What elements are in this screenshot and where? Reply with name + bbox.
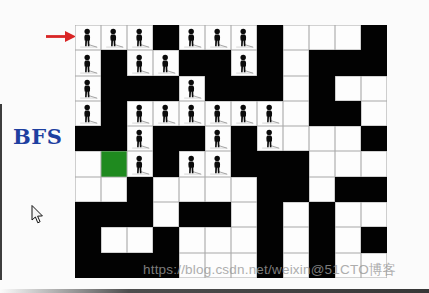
person-icon (78, 53, 99, 75)
maze-cell-visited-r4c5 (179, 101, 205, 126)
person-icon (78, 78, 99, 100)
maze-cell-visited-r4c7 (231, 101, 257, 126)
maze-cell-open-r7c10 (309, 177, 335, 202)
maze-cell-wall-r8c3 (127, 202, 153, 227)
maze-cell-wall-r7c12 (361, 177, 387, 202)
person-icon (130, 53, 151, 75)
maze-cell-open-r6c1 (75, 151, 101, 176)
maze-cell-visited-r5c3 (127, 126, 153, 151)
maze-cell-open-r7c7 (231, 177, 257, 202)
maze-cell-open-r9c5 (179, 227, 205, 252)
maze-cell-visited-r1c7 (231, 25, 257, 50)
maze-cell-visited-r6c5 (179, 151, 205, 176)
maze-cell-wall-r5c12 (361, 126, 387, 151)
person-icon (130, 128, 151, 150)
person-icon (182, 78, 203, 100)
person-icon (78, 27, 99, 49)
person-icon (260, 103, 281, 125)
maze-cell-open-r8c11 (335, 202, 361, 227)
maze-cell-wall-r2c5 (179, 50, 205, 75)
mouse-cursor-icon (31, 205, 44, 224)
bfs-algorithm-label: BFS (13, 124, 62, 149)
maze-cell-wall-r3c3 (127, 76, 153, 101)
person-icon (234, 27, 255, 49)
maze-cell-open-r9c9 (283, 227, 309, 252)
maze-cell-open-r1c10 (309, 25, 335, 50)
screenshot-frame: { "game": "maze-pathfinding-visualizatio… (0, 0, 429, 293)
maze-cell-wall-r10c2 (101, 253, 127, 278)
maze-cell-open-r9c7 (231, 227, 257, 252)
maze-cell-wall-r9c12 (361, 227, 387, 252)
maze-cell-visited-r1c5 (179, 25, 205, 50)
maze-cell-open-r4c9 (283, 101, 309, 126)
maze-cell-wall-r2c2 (101, 50, 127, 75)
maze-cell-open-r5c9 (283, 126, 309, 151)
maze-cell-wall-r6c8 (257, 151, 283, 176)
maze-cell-visited-r4c8 (257, 101, 283, 126)
maze-cell-wall-r1c12 (361, 25, 387, 50)
maze-cell-open-r6c12 (361, 151, 387, 176)
person-icon (130, 154, 151, 176)
maze-cell-visited-r4c3 (127, 101, 153, 126)
maze-cell-wall-r1c4 (153, 25, 179, 50)
maze-cell-wall-r9c8 (257, 227, 283, 252)
maze-cell-visited-r6c6 (205, 151, 231, 176)
maze-cell-wall-r10c1 (75, 253, 101, 278)
maze-cell-open-r5c10 (309, 126, 335, 151)
maze-cell-wall-r2c8 (257, 50, 283, 75)
maze-cell-wall-r4c10 (309, 101, 335, 126)
person-icon (78, 103, 99, 125)
person-icon (104, 27, 125, 49)
person-icon (130, 103, 151, 125)
maze-cell-wall-r2c6 (205, 50, 231, 75)
maze-cell-wall-r9c10 (309, 227, 335, 252)
maze-cell-open-r8c4 (153, 202, 179, 227)
maze-cell-open-r9c3 (127, 227, 153, 252)
maze-cell-wall-r6c4 (153, 151, 179, 176)
maze-cell-wall-r3c10 (309, 76, 335, 101)
video-frame-bottom-edge (0, 289, 429, 293)
maze-cell-open-r4c12 (361, 101, 387, 126)
maze-cell-wall-r3c6 (205, 76, 231, 101)
maze-cell-open-r9c11 (335, 227, 361, 252)
entry-arrow-icon (45, 30, 77, 43)
maze-cell-wall-r5c4 (153, 126, 179, 151)
watermark-text: https://blog.csdn.net/weixin@51CTO博客 (143, 261, 396, 279)
maze-cell-wall-r8c10 (309, 202, 335, 227)
person-icon (260, 128, 281, 150)
maze-cell-start-r6c2 (101, 151, 127, 176)
maze-cell-visited-r1c6 (205, 25, 231, 50)
maze-cell-visited-r3c5 (179, 76, 205, 101)
person-icon (208, 103, 229, 125)
maze-cell-visited-r4c4 (153, 101, 179, 126)
maze-cell-wall-r5c7 (231, 126, 257, 151)
maze-cell-open-r6c11 (335, 151, 361, 176)
maze-cell-visited-r2c4 (153, 50, 179, 75)
maze-cell-open-r8c7 (231, 202, 257, 227)
person-icon (182, 154, 203, 176)
maze-cell-visited-r2c3 (127, 50, 153, 75)
person-icon (234, 103, 255, 125)
maze-cell-visited-r4c1 (75, 101, 101, 126)
maze-cell-wall-r8c6 (205, 202, 231, 227)
maze-cell-wall-r5c2 (101, 126, 127, 151)
maze-cell-open-r7c5 (179, 177, 205, 202)
maze-cell-open-r2c9 (283, 50, 309, 75)
maze-cell-open-r3c12 (361, 76, 387, 101)
maze-cell-visited-r3c1 (75, 76, 101, 101)
maze-cell-wall-r3c8 (257, 76, 283, 101)
maze-cell-open-r1c11 (335, 25, 361, 50)
maze-cell-wall-r3c4 (153, 76, 179, 101)
maze-cell-wall-r7c9 (283, 177, 309, 202)
maze-cell-wall-r2c12 (361, 50, 387, 75)
maze-cell-wall-r8c8 (257, 202, 283, 227)
maze-cell-visited-r1c2 (101, 25, 127, 50)
person-icon (208, 128, 229, 150)
maze-cell-visited-r1c1 (75, 25, 101, 50)
maze-cell-open-r5c11 (335, 126, 361, 151)
maze-cell-wall-r4c11 (335, 101, 361, 126)
maze-cell-wall-r3c7 (231, 76, 257, 101)
maze-cell-wall-r7c8 (257, 177, 283, 202)
maze-cell-visited-r1c3 (127, 25, 153, 50)
person-icon (156, 53, 177, 75)
maze-cell-wall-r7c3 (127, 177, 153, 202)
person-icon (182, 103, 203, 125)
maze-cell-wall-r6c7 (231, 151, 257, 176)
person-icon (208, 27, 229, 49)
maze-cell-wall-r2c11 (335, 50, 361, 75)
maze-cell-wall-r8c5 (179, 202, 205, 227)
maze-cell-open-r6c10 (309, 151, 335, 176)
person-icon (234, 53, 255, 75)
person-icon (208, 154, 229, 176)
maze-cell-wall-r8c2 (101, 202, 127, 227)
maze-cell-visited-r2c7 (231, 50, 257, 75)
maze-cell-wall-r7c11 (335, 177, 361, 202)
maze-cell-wall-r5c1 (75, 126, 101, 151)
maze-cell-open-r3c11 (335, 76, 361, 101)
maze-cell-wall-r4c2 (101, 101, 127, 126)
maze-cell-wall-r5c5 (179, 126, 205, 151)
maze-cell-open-r8c9 (283, 202, 309, 227)
maze-cell-wall-r1c8 (257, 25, 283, 50)
maze-cell-open-r8c12 (361, 202, 387, 227)
maze-cell-open-r3c9 (283, 76, 309, 101)
person-icon (156, 103, 177, 125)
maze-cell-wall-r9c4 (153, 227, 179, 252)
maze-cell-open-r7c1 (75, 177, 101, 202)
video-frame-left-edge (0, 104, 2, 280)
maze-cell-open-r1c9 (283, 25, 309, 50)
person-icon (130, 27, 151, 49)
maze-cell-open-r7c4 (153, 177, 179, 202)
maze-cell-open-r9c6 (205, 227, 231, 252)
maze-cell-wall-r2c10 (309, 50, 335, 75)
maze-cell-visited-r2c1 (75, 50, 101, 75)
person-icon (182, 27, 203, 49)
maze-cell-wall-r8c1 (75, 202, 101, 227)
maze-cell-visited-r5c8 (257, 126, 283, 151)
maze-cell-visited-r5c6 (205, 126, 231, 151)
maze-cell-wall-r3c2 (101, 76, 127, 101)
maze-cell-open-r7c2 (101, 177, 127, 202)
maze-grid (75, 25, 387, 278)
maze-cell-open-r9c2 (101, 227, 127, 252)
maze-cell-wall-r6c9 (283, 151, 309, 176)
maze-cell-wall-r9c1 (75, 227, 101, 252)
maze-cell-visited-r6c3 (127, 151, 153, 176)
maze-cell-open-r7c6 (205, 177, 231, 202)
maze-cell-visited-r4c6 (205, 101, 231, 126)
